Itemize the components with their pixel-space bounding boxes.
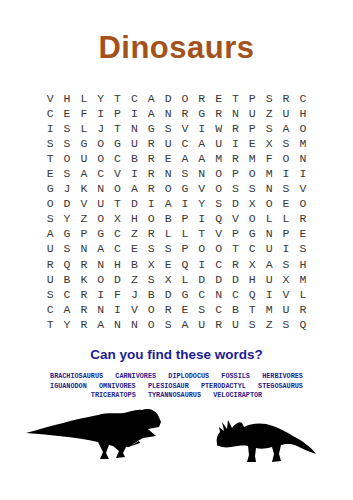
grid-cell[interactable]: G	[59, 226, 76, 241]
grid-cell[interactable]: S	[160, 241, 177, 256]
grid-cell[interactable]: N	[126, 121, 143, 136]
grid-cell[interactable]: H	[59, 91, 76, 106]
grid-cell[interactable]: Z	[261, 106, 278, 121]
word-list-line: BRACHIOSAURUS CARNIVORES DIPLODOCUS FOSS…	[0, 372, 353, 382]
grid-cell[interactable]: O	[92, 272, 109, 287]
grid-cell[interactable]: F	[75, 106, 92, 121]
grid-cell[interactable]: R	[177, 106, 194, 121]
grid-cell[interactable]: N	[160, 106, 177, 121]
grid-cell[interactable]: T	[109, 196, 126, 211]
grid-cell[interactable]: C	[92, 166, 109, 181]
grid-cell[interactable]: O	[278, 151, 295, 166]
grid-cell[interactable]: N	[294, 151, 311, 166]
grid-cell[interactable]: B	[126, 151, 143, 166]
grid-cell[interactable]: U	[261, 272, 278, 287]
grid-cell[interactable]: D	[109, 272, 126, 287]
grid-cell[interactable]: M	[294, 272, 311, 287]
grid-cell[interactable]: A	[193, 151, 210, 166]
grid-cell[interactable]: R	[75, 257, 92, 272]
grid-cell[interactable]: G	[193, 106, 210, 121]
grid-cell[interactable]: P	[244, 91, 261, 106]
grid-cell[interactable]: G	[244, 226, 261, 241]
grid-cell[interactable]: F	[109, 287, 126, 302]
grid-cell[interactable]: S	[244, 181, 261, 196]
grid-cell[interactable]: D	[210, 272, 227, 287]
grid-cell[interactable]: U	[126, 136, 143, 151]
grid-cell[interactable]: Y	[92, 91, 109, 106]
grid-cell[interactable]: N	[227, 106, 244, 121]
grid-cell[interactable]: T	[42, 151, 59, 166]
grid-cell[interactable]: M	[261, 302, 278, 317]
grid-cell[interactable]: L	[177, 272, 194, 287]
grid-cell[interactable]: K	[75, 272, 92, 287]
grid-cell[interactable]: A	[42, 226, 59, 241]
grid-cell[interactable]: T	[193, 226, 210, 241]
grid-cell[interactable]: O	[92, 151, 109, 166]
grid-cell[interactable]: S	[227, 181, 244, 196]
grid-cell[interactable]: U	[244, 106, 261, 121]
grid-cell[interactable]: N	[160, 166, 177, 181]
grid-cell[interactable]: L	[261, 211, 278, 226]
grid-cell[interactable]: I	[278, 166, 295, 181]
grid-cell[interactable]: O	[92, 136, 109, 151]
grid-cell[interactable]: B	[59, 272, 76, 287]
grid-cell[interactable]: H	[294, 106, 311, 121]
grid-cell[interactable]: S	[160, 317, 177, 332]
grid-cell[interactable]: L	[160, 226, 177, 241]
word-list-line: TRICERATOPS TYRANNOSAURUS VELOCIRAPTOR	[0, 391, 353, 401]
grid-cell[interactable]: P	[227, 226, 244, 241]
grid-cell[interactable]: C	[42, 302, 59, 317]
grid-cell[interactable]: O	[193, 241, 210, 256]
grid-cell[interactable]: S	[42, 211, 59, 226]
grid-cell[interactable]: P	[244, 121, 261, 136]
grid-cell[interactable]: D	[160, 287, 177, 302]
grid-cell[interactable]: D	[227, 272, 244, 287]
grid-cell[interactable]: T	[227, 91, 244, 106]
grid-cell[interactable]: A	[126, 181, 143, 196]
grid-cell[interactable]: S	[261, 91, 278, 106]
grid-cell[interactable]: O	[42, 196, 59, 211]
grid-cell[interactable]: O	[143, 317, 160, 332]
grid-cell[interactable]: Y	[59, 317, 76, 332]
grid-cell[interactable]: B	[160, 211, 177, 226]
grid-cell[interactable]: M	[294, 136, 311, 151]
grid-cell[interactable]: V	[210, 226, 227, 241]
grid-cell[interactable]: R	[210, 317, 227, 332]
grid-cell[interactable]: I	[126, 166, 143, 181]
grid-cell[interactable]: R	[75, 317, 92, 332]
grid-cell[interactable]: S	[42, 136, 59, 151]
grid-cell[interactable]: A	[193, 136, 210, 151]
grid-cell[interactable]: U	[278, 106, 295, 121]
grid-cell[interactable]: R	[227, 151, 244, 166]
grid-cell[interactable]: O	[160, 181, 177, 196]
grid-cell[interactable]: O	[59, 151, 76, 166]
grid-cell[interactable]: V	[177, 121, 194, 136]
grid-cell[interactable]: A	[160, 196, 177, 211]
grid-cell[interactable]: T	[109, 91, 126, 106]
grid-cell[interactable]: N	[210, 287, 227, 302]
grid-cell[interactable]: I	[193, 121, 210, 136]
grid-cell[interactable]: O	[177, 91, 194, 106]
grid-cell[interactable]: R	[227, 121, 244, 136]
grid-cell[interactable]: L	[75, 91, 92, 106]
grid-cell[interactable]: O	[109, 181, 126, 196]
grid-cell[interactable]: A	[59, 302, 76, 317]
grid-cell[interactable]: C	[210, 302, 227, 317]
grid-cell[interactable]: N	[92, 257, 109, 272]
grid-cell[interactable]: U	[42, 272, 59, 287]
grid-cell[interactable]: S	[278, 136, 295, 151]
grid-cell[interactable]: E	[278, 196, 295, 211]
grid-cell[interactable]: L	[75, 121, 92, 136]
grid-cell[interactable]: Y	[193, 196, 210, 211]
grid-cell[interactable]: G	[177, 181, 194, 196]
grid-cell[interactable]: V	[75, 196, 92, 211]
grid-cell[interactable]: P	[177, 211, 194, 226]
grid-cell[interactable]: D	[193, 272, 210, 287]
grid-cell[interactable]: I	[193, 211, 210, 226]
grid-cell[interactable]: G	[75, 136, 92, 151]
grid-cell[interactable]: B	[143, 287, 160, 302]
grid-cell[interactable]: S	[42, 287, 59, 302]
grid-cell[interactable]: A	[92, 241, 109, 256]
grid-cell[interactable]: N	[193, 166, 210, 181]
grid-cell[interactable]: R	[160, 302, 177, 317]
grid-cell[interactable]: M	[244, 151, 261, 166]
grid-cell[interactable]: V	[294, 181, 311, 196]
grid-cell[interactable]: S	[278, 181, 295, 196]
grid-cell[interactable]: H	[109, 257, 126, 272]
grid-cell[interactable]: X	[278, 272, 295, 287]
grid-cell[interactable]: U	[261, 241, 278, 256]
grid-cell[interactable]: G	[92, 226, 109, 241]
grid-cell[interactable]: P	[109, 106, 126, 121]
grid-cell[interactable]: C	[193, 287, 210, 302]
grid-cell[interactable]: O	[294, 121, 311, 136]
grid-cell[interactable]: D	[227, 196, 244, 211]
grid-cell[interactable]: R	[143, 136, 160, 151]
grid-cell[interactable]: E	[160, 257, 177, 272]
grid-cell[interactable]: I	[294, 166, 311, 181]
grid-cell[interactable]: R	[193, 91, 210, 106]
grid-cell[interactable]: S	[294, 241, 311, 256]
grid-cell[interactable]: D	[160, 91, 177, 106]
grid-cell[interactable]: G	[109, 136, 126, 151]
grid-cell[interactable]: H	[294, 257, 311, 272]
grid-cell[interactable]: A	[75, 166, 92, 181]
grid-cell[interactable]: S	[261, 121, 278, 136]
grid-cell[interactable]: I	[92, 287, 109, 302]
grid-cell[interactable]: R	[210, 106, 227, 121]
grid-cell[interactable]: S	[244, 317, 261, 332]
grid-cell[interactable]: A	[177, 151, 194, 166]
grid-cell[interactable]: D	[59, 196, 76, 211]
grid-cell[interactable]: T	[42, 317, 59, 332]
grid-cell[interactable]: G	[42, 181, 59, 196]
grid-cell[interactable]: R	[294, 302, 311, 317]
grid-cell[interactable]: O	[244, 166, 261, 181]
grid-cell[interactable]: C	[109, 151, 126, 166]
grid-cell[interactable]: Z	[75, 211, 92, 226]
grid-cell[interactable]: R	[75, 287, 92, 302]
grid-cell[interactable]: E	[42, 166, 59, 181]
grid-cell[interactable]: I	[92, 106, 109, 121]
grid-cell[interactable]: C	[177, 136, 194, 151]
triceratops-silhouette	[215, 419, 318, 464]
grid-cell[interactable]: E	[177, 302, 194, 317]
grid-cell[interactable]: F	[261, 151, 278, 166]
grid-cell[interactable]: S	[59, 121, 76, 136]
grid-cell[interactable]: C	[42, 106, 59, 121]
grid-cell[interactable]: Q	[244, 287, 261, 302]
grid-cell[interactable]: B	[126, 257, 143, 272]
page-title: Dinosaurs	[0, 30, 353, 66]
grid-cell[interactable]: X	[160, 272, 177, 287]
grid-cell[interactable]: Y	[59, 211, 76, 226]
grid-cell[interactable]: N	[109, 317, 126, 332]
grid-cell[interactable]: I	[109, 302, 126, 317]
grid-cell[interactable]: I	[126, 106, 143, 121]
grid-cell[interactable]: Q	[59, 257, 76, 272]
grid-cell[interactable]: S	[177, 166, 194, 181]
grid-cell[interactable]: U	[160, 136, 177, 151]
grid-cell[interactable]: I	[278, 241, 295, 256]
grid-cell[interactable]: O	[210, 181, 227, 196]
grid-cell[interactable]: O	[210, 241, 227, 256]
grid-cell[interactable]: C	[109, 226, 126, 241]
grid-cell[interactable]: U	[210, 136, 227, 151]
grid-cell[interactable]: Q	[177, 257, 194, 272]
grid-cell[interactable]: A	[143, 91, 160, 106]
grid-cell[interactable]: I	[42, 121, 59, 136]
grid-cell[interactable]: I	[227, 136, 244, 151]
grid-cell[interactable]: Z	[126, 226, 143, 241]
grid-cell[interactable]: M	[210, 151, 227, 166]
grid-cell[interactable]: P	[278, 226, 295, 241]
trex-silhouette	[26, 407, 163, 463]
grid-cell[interactable]: E	[244, 136, 261, 151]
grid-cell[interactable]: V	[278, 287, 295, 302]
grid-cell[interactable]: R	[227, 257, 244, 272]
grid-cell[interactable]: K	[75, 181, 92, 196]
grid-cell[interactable]: J	[126, 287, 143, 302]
grid-cell[interactable]: U	[92, 196, 109, 211]
grid-cell[interactable]: O	[244, 211, 261, 226]
grid-cell[interactable]: U	[227, 317, 244, 332]
grid-cell[interactable]: S	[278, 317, 295, 332]
grid-cell[interactable]: Q	[294, 317, 311, 332]
grid-cell[interactable]: N	[92, 181, 109, 196]
grid-cell[interactable]: E	[210, 91, 227, 106]
grid-cell[interactable]: R	[143, 151, 160, 166]
grid-cell[interactable]: U	[193, 317, 210, 332]
grid-cell[interactable]: V	[193, 181, 210, 196]
grid-cell[interactable]: P	[227, 166, 244, 181]
grid-cell[interactable]: C	[59, 287, 76, 302]
grid-cell[interactable]: C	[244, 241, 261, 256]
grid-cell[interactable]: L	[177, 226, 194, 241]
grid-cell[interactable]: V	[126, 302, 143, 317]
letter-grid: VHLYTCADORETPSRCCEFIPIANRGRNUZUHISLJTNGS…	[42, 91, 312, 332]
grid-cell[interactable]: E	[126, 241, 143, 256]
grid-cell[interactable]: O	[92, 211, 109, 226]
grid-cell[interactable]: E	[294, 226, 311, 241]
grid-cell[interactable]: D	[126, 196, 143, 211]
grid-cell[interactable]: Z	[126, 272, 143, 287]
find-words-heading: Can you find these words?	[0, 347, 353, 362]
grid-cell[interactable]: X	[261, 136, 278, 151]
grid-cell[interactable]: E	[59, 106, 76, 121]
grid-cell[interactable]: S	[160, 121, 177, 136]
grid-cell[interactable]: O	[143, 211, 160, 226]
grid-cell[interactable]: A	[278, 121, 295, 136]
grid-cell[interactable]: R	[294, 211, 311, 226]
grid-cell[interactable]: N	[261, 181, 278, 196]
grid-cell[interactable]: X	[244, 257, 261, 272]
grid-cell[interactable]: N	[261, 226, 278, 241]
grid-cell[interactable]: X	[143, 257, 160, 272]
word-list: BRACHIOSAURUS CARNIVORES DIPLODOCUS FOSS…	[0, 372, 353, 401]
grid-cell[interactable]: P	[177, 241, 194, 256]
grid-cell[interactable]: A	[92, 317, 109, 332]
worksheet-page: Dinosaurs VHLYTCADORETPSRCCEFIPIANRGRNUZ…	[0, 0, 353, 500]
grid-cell[interactable]: E	[160, 151, 177, 166]
grid-cell[interactable]: I	[261, 287, 278, 302]
grid-cell[interactable]: A	[143, 106, 160, 121]
grid-cell[interactable]: T	[109, 121, 126, 136]
grid-cell[interactable]: V	[42, 91, 59, 106]
grid-cell[interactable]: T	[244, 302, 261, 317]
grid-cell[interactable]: L	[294, 287, 311, 302]
grid-cell[interactable]: V	[109, 166, 126, 181]
grid-cell[interactable]: W	[210, 121, 227, 136]
grid-cell[interactable]: I	[193, 257, 210, 272]
grid-cell[interactable]: J	[92, 121, 109, 136]
grid-cell[interactable]: U	[278, 302, 295, 317]
grid-cell[interactable]: N	[126, 317, 143, 332]
grid-cell[interactable]: J	[59, 181, 76, 196]
grid-cell[interactable]: S	[143, 272, 160, 287]
grid-cell[interactable]: S	[59, 241, 76, 256]
grid-cell[interactable]: O	[294, 196, 311, 211]
grid-cell[interactable]: S	[278, 257, 295, 272]
grid-cell[interactable]: A	[261, 257, 278, 272]
grid-cell[interactable]: R	[278, 91, 295, 106]
grid-cell[interactable]: O	[143, 302, 160, 317]
grid-cell[interactable]: X	[109, 211, 126, 226]
grid-cell[interactable]: R	[42, 257, 59, 272]
grid-cell[interactable]: C	[126, 91, 143, 106]
grid-cell[interactable]: S	[59, 166, 76, 181]
grid-cell[interactable]: V	[227, 211, 244, 226]
grid-cell[interactable]: N	[92, 302, 109, 317]
grid-cell[interactable]: C	[109, 241, 126, 256]
grid-cell[interactable]: A	[177, 317, 194, 332]
grid-cell[interactable]: R	[143, 226, 160, 241]
grid-cell[interactable]: L	[278, 211, 295, 226]
grid-cell[interactable]: S	[193, 302, 210, 317]
word-list-line: IGUANODON OMNIVORES PLESIOSAUR PTERODACT…	[0, 382, 353, 392]
grid-cell[interactable]: P	[75, 226, 92, 241]
grid-cell[interactable]: U	[42, 241, 59, 256]
grid-cell[interactable]: G	[143, 121, 160, 136]
grid-cell[interactable]: R	[75, 302, 92, 317]
grid-cell[interactable]: O	[261, 196, 278, 211]
grid-cell[interactable]: C	[294, 91, 311, 106]
grid-cell[interactable]: N	[75, 241, 92, 256]
grid-cell[interactable]: X	[244, 196, 261, 211]
grid-cell[interactable]: S	[59, 136, 76, 151]
grid-cell[interactable]: S	[143, 241, 160, 256]
grid-cell[interactable]: R	[143, 181, 160, 196]
grid-cell[interactable]: S	[210, 196, 227, 211]
grid-cell[interactable]: Q	[210, 211, 227, 226]
grid-cell[interactable]: I	[143, 196, 160, 211]
grid-cell[interactable]: C	[210, 257, 227, 272]
grid-cell[interactable]: Z	[261, 317, 278, 332]
grid-cell[interactable]: U	[75, 151, 92, 166]
grid-cell[interactable]: H	[244, 272, 261, 287]
grid-cell[interactable]: T	[227, 241, 244, 256]
grid-cell[interactable]: M	[261, 166, 278, 181]
grid-cell[interactable]: B	[227, 302, 244, 317]
grid-cell[interactable]: I	[177, 196, 194, 211]
grid-cell[interactable]: R	[143, 166, 160, 181]
grid-cell[interactable]: C	[227, 287, 244, 302]
grid-cell[interactable]: G	[177, 287, 194, 302]
grid-cell[interactable]: H	[126, 211, 143, 226]
grid-cell[interactable]: O	[210, 166, 227, 181]
